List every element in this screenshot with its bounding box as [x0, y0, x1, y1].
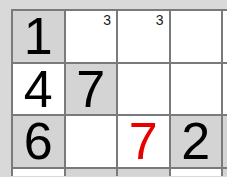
cell-value: 2 — [181, 115, 210, 167]
cell-r2c2[interactable]: 7 — [66, 64, 117, 115]
cell-r3c1[interactable]: 6 — [13, 116, 64, 167]
cell-r2c4[interactable] — [171, 64, 222, 115]
pencil-mark: 3 — [156, 13, 164, 27]
cell-r2c3[interactable] — [118, 64, 169, 115]
cell-value: 4 — [24, 63, 53, 115]
sudoku-board: 13347672 — [11, 9, 227, 176]
cell-r1c1[interactable]: 1 — [13, 11, 64, 62]
cell-r3c4[interactable]: 2 — [171, 116, 222, 167]
pencil-mark: 3 — [103, 13, 111, 27]
cell-r2c1[interactable]: 4 — [13, 64, 64, 115]
cell-r1c3[interactable]: 3 — [118, 11, 169, 62]
cell-r4c5[interactable] — [223, 169, 227, 177]
cell-value: 7 — [76, 63, 105, 115]
cell-r2c5[interactable] — [223, 64, 227, 115]
cell-r1c4[interactable] — [171, 11, 222, 62]
cell-value: 1 — [24, 10, 53, 62]
cell-r1c5[interactable] — [223, 11, 227, 62]
cell-value: 7 — [129, 115, 158, 167]
cell-r4c2[interactable] — [66, 169, 117, 177]
cell-r3c2[interactable] — [66, 116, 117, 167]
cell-r4c1[interactable] — [13, 169, 64, 177]
cell-r3c5[interactable] — [223, 116, 227, 167]
cell-r4c4[interactable] — [171, 169, 222, 177]
sudoku-screen: 13347672 — [0, 0, 227, 176]
cell-value: 6 — [24, 115, 53, 167]
cell-r1c2[interactable]: 3 — [66, 11, 117, 62]
cell-r3c3[interactable]: 7 — [118, 116, 169, 167]
cell-r4c3[interactable] — [118, 169, 169, 177]
